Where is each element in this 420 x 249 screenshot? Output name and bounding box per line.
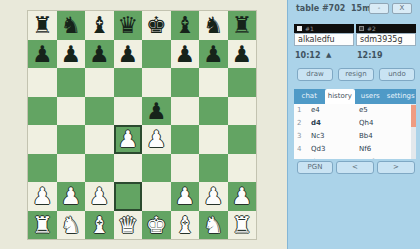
square-g1[interactable]: ♞	[199, 211, 228, 240]
black-pawn[interactable]: ♟	[89, 40, 110, 69]
white-king[interactable]: ♚	[146, 211, 167, 240]
square-b5[interactable]	[57, 97, 86, 126]
black-pawn[interactable]: ♟	[174, 40, 195, 69]
movelist-scrollbar[interactable]	[411, 104, 416, 159]
square-b8[interactable]: ♞	[57, 11, 86, 40]
black-pawn[interactable]: ♟	[117, 40, 138, 69]
square-g5[interactable]	[199, 97, 228, 126]
table-title: table #702	[296, 4, 345, 13]
pgn-button[interactable]: PGN	[297, 161, 333, 174]
square-h3[interactable]	[228, 154, 257, 183]
square-d3[interactable]	[114, 154, 143, 183]
draw-button[interactable]: draw	[297, 68, 333, 81]
square-d7[interactable]: ♟	[114, 40, 143, 69]
square-e5[interactable]: ♟	[142, 97, 171, 126]
square-e6[interactable]	[142, 68, 171, 97]
square-e7[interactable]	[142, 40, 171, 69]
square-g6[interactable]	[199, 68, 228, 97]
square-d4[interactable]: ♟	[114, 125, 143, 154]
square-b1[interactable]: ♞	[57, 211, 86, 240]
square-a7[interactable]: ♟	[28, 40, 57, 69]
move-row-3[interactable]: 3Nc3Bb4	[294, 130, 416, 143]
square-d8[interactable]: ♛	[114, 11, 143, 40]
square-b6[interactable]	[57, 68, 86, 97]
white-knight[interactable]: ♞	[60, 211, 81, 240]
white-pawn[interactable]: ♟	[32, 182, 53, 211]
square-g8[interactable]: ♞	[199, 11, 228, 40]
tab-history[interactable]: history	[325, 89, 356, 104]
square-f2[interactable]: ♟	[171, 182, 200, 211]
black-rook[interactable]: ♜	[231, 11, 252, 40]
square-f3[interactable]	[171, 154, 200, 183]
time-control: 15m	[351, 4, 370, 13]
square-c5[interactable]	[85, 97, 114, 126]
square-e1[interactable]: ♚	[142, 211, 171, 240]
move-number[interactable]: 1	[294, 104, 311, 117]
square-f6[interactable]	[171, 68, 200, 97]
white-pawn[interactable]: ♟	[231, 182, 252, 211]
white-rook[interactable]: ♜	[32, 211, 53, 240]
move-number[interactable]: 2	[294, 117, 311, 130]
square-h5[interactable]	[228, 97, 257, 126]
square-f5[interactable]	[171, 97, 200, 126]
move-number[interactable]: 3	[294, 130, 311, 143]
move-number[interactable]: 4	[294, 143, 311, 156]
square-h6[interactable]	[228, 68, 257, 97]
next-move-button[interactable]: >	[377, 161, 415, 174]
white-bishop[interactable]: ♝	[89, 211, 110, 240]
black-pawn[interactable]: ♟	[32, 40, 53, 69]
square-b4[interactable]	[57, 125, 86, 154]
turn-indicator-icon: ▲	[326, 51, 331, 59]
black-clock: 12:19	[357, 51, 382, 60]
square-h4[interactable]	[228, 125, 257, 154]
resign-button[interactable]: resign	[338, 68, 374, 81]
square-b2[interactable]: ♟	[57, 182, 86, 211]
black-move[interactable]: e5	[359, 104, 416, 117]
black-move[interactable]: Bb4	[359, 130, 416, 143]
black-move[interactable]: Nf6	[359, 143, 416, 156]
white-clock: 10:12	[295, 51, 320, 60]
square-h8[interactable]: ♜	[228, 11, 257, 40]
square-g4[interactable]	[199, 125, 228, 154]
white-move[interactable]: dxe5	[311, 156, 359, 159]
white-move[interactable]: Qd3	[311, 143, 359, 156]
black-color-icon	[359, 26, 364, 31]
move-row-1[interactable]: 1e4e5	[294, 104, 416, 117]
panel-tabs: chathistoryuserssettings	[294, 89, 416, 104]
square-a6[interactable]	[28, 68, 57, 97]
black-knight[interactable]: ♞	[60, 11, 81, 40]
window-titlebar: table #702 15m - X	[288, 0, 420, 18]
black-pawn[interactable]: ♟	[60, 40, 81, 69]
move-row-4[interactable]: 4Qd3Nf6	[294, 143, 416, 156]
chess-board: ♜♞♝♛♚♝♞♜♟♟♟♟♟♟♟♟♟♟♟♟♟♟♟♟♜♞♝♛♚♝♞♜	[28, 11, 256, 239]
white-player-name: alkaledfu	[294, 33, 354, 46]
square-f1[interactable]: ♝	[171, 211, 200, 240]
black-bishop[interactable]: ♝	[174, 11, 195, 40]
square-h1[interactable]: ♜	[228, 211, 257, 240]
white-pawn[interactable]: ♟	[203, 182, 224, 211]
move-row-5[interactable]: 5dxe5Bxc3	[294, 156, 416, 159]
square-g7[interactable]: ♟	[199, 40, 228, 69]
black-seat-header: #2	[356, 24, 416, 33]
square-c2[interactable]: ♟	[85, 182, 114, 211]
white-pawn[interactable]: ♟	[146, 125, 167, 154]
square-f4[interactable]	[171, 125, 200, 154]
white-queen[interactable]: ♛	[117, 211, 138, 240]
square-e4[interactable]: ♟	[142, 125, 171, 154]
white-pawn[interactable]: ♟	[174, 182, 195, 211]
square-d6[interactable]	[114, 68, 143, 97]
undo-button[interactable]: undo	[379, 68, 415, 81]
minimize-button[interactable]: -	[369, 3, 389, 14]
scrollbar-thumb[interactable]	[411, 105, 416, 127]
square-d5[interactable]	[114, 97, 143, 126]
square-d2[interactable]	[114, 182, 143, 211]
white-move[interactable]: Nc3	[311, 130, 359, 143]
black-pawn[interactable]: ♟	[146, 97, 167, 126]
square-c3[interactable]	[85, 154, 114, 183]
square-a3[interactable]	[28, 154, 57, 183]
square-d1[interactable]: ♛	[114, 211, 143, 240]
square-b7[interactable]: ♟	[57, 40, 86, 69]
square-e2[interactable]	[142, 182, 171, 211]
white-move[interactable]: e4	[311, 104, 359, 117]
black-rook[interactable]: ♜	[32, 11, 53, 40]
black-seat-label: #2	[367, 24, 376, 33]
black-move[interactable]: Qh4	[359, 117, 416, 130]
square-h7[interactable]: ♟	[228, 40, 257, 69]
square-f7[interactable]: ♟	[171, 40, 200, 69]
black-player-name: sdm3935g	[356, 33, 416, 46]
square-c4[interactable]	[85, 125, 114, 154]
black-move[interactable]: Bxc3	[359, 156, 416, 159]
white-bishop[interactable]: ♝	[174, 211, 195, 240]
square-a8[interactable]: ♜	[28, 11, 57, 40]
square-c1[interactable]: ♝	[85, 211, 114, 240]
black-knight[interactable]: ♞	[203, 11, 224, 40]
move-number[interactable]: 5	[294, 156, 311, 159]
close-button[interactable]: X	[392, 3, 412, 14]
square-f8[interactable]: ♝	[171, 11, 200, 40]
square-a2[interactable]: ♟	[28, 182, 57, 211]
tab-users[interactable]: users	[355, 89, 386, 104]
white-pawn[interactable]: ♟	[89, 182, 110, 211]
square-e3[interactable]	[142, 154, 171, 183]
black-pawn[interactable]: ♟	[231, 40, 252, 69]
square-c6[interactable]	[85, 68, 114, 97]
prev-move-button[interactable]: <	[336, 161, 374, 174]
white-knight[interactable]: ♞	[203, 211, 224, 240]
white-seat-label: #1	[305, 24, 314, 33]
square-c8[interactable]: ♝	[85, 11, 114, 40]
square-a4[interactable]	[28, 125, 57, 154]
square-h2[interactable]: ♟	[228, 182, 257, 211]
square-a5[interactable]	[28, 97, 57, 126]
square-c7[interactable]: ♟	[85, 40, 114, 69]
white-color-icon	[297, 26, 302, 31]
square-b3[interactable]	[57, 154, 86, 183]
move-history-list: 1e4e52d4Qh43Nc3Bb44Qd3Nf65dxe5Bxc3	[294, 104, 416, 159]
square-g3[interactable]	[199, 154, 228, 183]
black-pawn[interactable]: ♟	[203, 40, 224, 69]
black-queen[interactable]: ♛	[117, 11, 138, 40]
square-a1[interactable]: ♜	[28, 211, 57, 240]
move-row-2[interactable]: 2d4Qh4	[294, 117, 416, 130]
white-seat-header: #1	[294, 24, 354, 33]
white-pawn[interactable]: ♟	[117, 125, 138, 154]
white-pawn[interactable]: ♟	[60, 182, 81, 211]
square-g2[interactable]: ♟	[199, 182, 228, 211]
black-bishop[interactable]: ♝	[89, 11, 110, 40]
black-king[interactable]: ♚	[146, 11, 167, 40]
tab-settings[interactable]: settings	[386, 89, 417, 104]
game-panel: table #702 15m - X #1 #2 alkaledfu sdm39…	[287, 0, 420, 249]
tab-chat[interactable]: chat	[294, 89, 325, 104]
white-move[interactable]: d4	[311, 117, 359, 130]
white-rook[interactable]: ♜	[231, 211, 252, 240]
square-e8[interactable]: ♚	[142, 11, 171, 40]
